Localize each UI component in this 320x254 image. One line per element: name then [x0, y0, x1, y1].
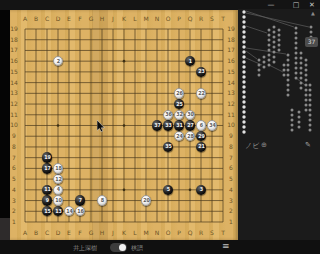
tree-node	[298, 116, 301, 119]
tree-node	[278, 29, 281, 32]
tree-node	[242, 55, 245, 58]
tree-node	[278, 34, 281, 37]
tree-node	[242, 15, 245, 18]
stone-B-N10: 37	[152, 120, 162, 130]
tree-node	[291, 114, 294, 117]
coord-label: 8	[225, 143, 237, 151]
tree-node	[310, 26, 313, 29]
coord-label: 18	[225, 36, 237, 44]
tree-node	[273, 26, 276, 29]
coord-label: 15	[8, 68, 20, 76]
star-point	[123, 60, 126, 63]
tree-node	[273, 41, 276, 44]
game-tree-panel: ▲ 37 ノビ ⊕ ✎	[238, 9, 320, 240]
coord-label: 17	[8, 46, 20, 54]
tree-node	[291, 109, 294, 112]
tree-node	[309, 104, 312, 107]
tree-node	[268, 59, 271, 62]
move-number-badge: 37	[305, 37, 318, 47]
tree-node	[268, 64, 271, 67]
coord-label: 13	[8, 89, 20, 97]
tree-node	[295, 67, 298, 70]
star-point	[57, 124, 60, 127]
tree-node	[242, 90, 245, 93]
bottom-bar: 井上深樹 棋譜 ≡	[0, 240, 320, 254]
tree-node	[295, 77, 298, 80]
tree-node	[242, 45, 245, 48]
coord-label: 5	[225, 175, 237, 183]
tree-node	[295, 72, 298, 75]
mode-label: 棋譜	[131, 244, 143, 253]
tree-node	[298, 126, 301, 129]
tree-node	[287, 74, 290, 77]
coord-label: 16	[8, 57, 20, 65]
tree-node	[291, 129, 294, 132]
go-board[interactable]: ABCDEFGHJKLMNOPQRST ABCDEFGHJKLMNOPQRST …	[10, 10, 238, 240]
coord-label: 14	[225, 79, 237, 87]
circle-info-icon[interactable]: ⊕	[261, 141, 267, 149]
tree-node	[242, 130, 245, 133]
tree-node	[258, 59, 261, 62]
tree-node	[263, 61, 266, 64]
tree-node	[300, 87, 303, 90]
tree-node	[273, 46, 276, 49]
tree-node	[310, 31, 313, 34]
scroll-up-icon[interactable]: ▲	[311, 10, 315, 16]
tree-node	[258, 69, 261, 72]
tree-node	[268, 29, 271, 32]
tree-node	[295, 52, 298, 55]
coord-label: 8	[8, 143, 20, 151]
stone-W-R10: 6	[196, 120, 206, 130]
player-name-label: 井上深樹	[73, 244, 97, 253]
tree-node	[309, 109, 312, 112]
tree-node	[305, 74, 308, 77]
coord-label: 16	[225, 57, 237, 65]
tree-node	[283, 64, 286, 67]
tree-node	[287, 79, 290, 82]
coord-label: 9	[225, 132, 237, 140]
toggle-knob	[119, 244, 126, 251]
tree-node	[295, 32, 298, 35]
tree-node	[268, 49, 271, 52]
coord-label: 18	[8, 36, 20, 44]
tree-node	[242, 10, 245, 13]
star-point	[123, 189, 126, 192]
coord-label: 10	[225, 121, 237, 129]
tree-node	[300, 67, 303, 70]
tree-node	[242, 25, 245, 28]
tree-node	[309, 94, 312, 97]
tree-node	[242, 65, 245, 68]
stone-W-O11: 36	[163, 110, 173, 120]
coord-label: 7	[8, 154, 20, 162]
tree-node	[287, 54, 290, 57]
star-point	[189, 189, 192, 192]
tree-node	[242, 95, 245, 98]
stone-W-R13: 22	[196, 88, 206, 98]
tree-node	[287, 89, 290, 92]
tree-node	[273, 56, 276, 59]
coord-label: 14	[8, 79, 20, 87]
coord-label: 17	[225, 46, 237, 54]
tree-node	[287, 84, 290, 87]
tree-node	[278, 39, 281, 42]
tree-node	[287, 94, 290, 97]
coord-label: 11	[8, 111, 20, 119]
tree-node	[273, 31, 276, 34]
tree-node	[242, 115, 245, 118]
tree-node	[273, 36, 276, 39]
coord-label: 5	[8, 175, 20, 183]
tree-node	[242, 120, 245, 123]
tree-node	[242, 35, 245, 38]
coord-label: 2	[225, 207, 237, 215]
tree-node	[305, 69, 308, 72]
stone-B-O10: 33	[163, 120, 173, 130]
tree-node	[309, 119, 312, 122]
tree-node	[300, 77, 303, 80]
tree-node	[242, 80, 245, 83]
coord-label: T	[217, 229, 229, 237]
tree-node	[309, 99, 312, 102]
tree-node	[295, 47, 298, 50]
coord-label: 11	[225, 111, 237, 119]
tree-node	[242, 60, 245, 63]
coord-label: 15	[225, 68, 237, 76]
tree-node	[287, 64, 290, 67]
coord-label: 4	[8, 186, 20, 194]
tree-node	[305, 79, 308, 82]
coord-label: 3	[8, 197, 20, 205]
stone-B-F3: 7	[75, 195, 85, 205]
tree-node	[300, 82, 303, 85]
mode-toggle[interactable]	[110, 243, 127, 252]
hamburger-menu-icon[interactable]: ≡	[222, 241, 230, 251]
tree-node	[295, 57, 298, 60]
tree-node	[273, 61, 276, 64]
coord-label: 19	[8, 25, 20, 33]
tree-node	[268, 34, 271, 37]
tree-node	[298, 121, 301, 124]
coord-label: 4	[225, 186, 237, 194]
tree-node	[263, 56, 266, 59]
tree-node	[300, 72, 303, 75]
tree-node	[258, 64, 261, 67]
tree-node	[291, 119, 294, 122]
comment-row: ノビ ⊕ ✎	[238, 140, 320, 152]
tree-node	[242, 40, 245, 43]
game-tree[interactable]	[238, 9, 320, 139]
tree-node	[309, 124, 312, 127]
tree-node	[242, 125, 245, 128]
stone-W-Q11: 30	[185, 110, 195, 120]
tree-node	[309, 84, 312, 87]
tree-node	[268, 54, 271, 57]
tree-node	[263, 66, 266, 69]
tree-node	[305, 94, 308, 97]
tree-node	[309, 114, 312, 117]
stone-B-C7: 19	[42, 152, 52, 162]
tree-node	[309, 129, 312, 132]
coord-label: 3	[225, 197, 237, 205]
stone-W-D3: 10	[53, 195, 63, 205]
tree-node	[242, 50, 245, 53]
go-app-window: — □ ✕ ABCDEFGHJKLMNOPQRST ABCDEFGHJKLMNO…	[0, 0, 320, 254]
tree-node	[309, 89, 312, 92]
comment-text: ノビ	[245, 141, 259, 151]
coord-label: 12	[8, 100, 20, 108]
tree-node	[242, 75, 245, 78]
coord-label: 13	[225, 89, 237, 97]
tree-node	[242, 20, 245, 23]
star-point	[123, 124, 126, 127]
stone-W-H3: 8	[97, 195, 107, 205]
coord-label: 12	[225, 100, 237, 108]
tree-node	[242, 30, 245, 33]
coord-label: 1	[8, 218, 20, 226]
coord-label: 1	[225, 218, 237, 226]
tree-node	[300, 52, 303, 55]
coord-label: T	[217, 15, 229, 23]
tree-node	[291, 124, 294, 127]
coord-label: 2	[8, 207, 20, 215]
tree-node	[287, 59, 290, 62]
tree-node	[295, 27, 298, 30]
tree-node	[305, 84, 308, 87]
tree-node	[300, 62, 303, 65]
stone-B-Q10: 27	[185, 120, 195, 130]
tree-node	[305, 109, 308, 112]
stone-B-C3: 9	[42, 195, 52, 205]
tree-node	[242, 105, 245, 108]
coord-label: 7	[225, 154, 237, 162]
tree-node	[305, 99, 308, 102]
tree-node	[242, 110, 245, 113]
coord-label: 19	[225, 25, 237, 33]
stone-W-P13: 26	[174, 88, 184, 98]
stone-W-P11: 32	[174, 110, 184, 120]
tree-node	[295, 42, 298, 45]
tree-node	[278, 44, 281, 47]
stone-W-S10: 34	[207, 120, 217, 130]
stone-W-D6: 18	[53, 163, 63, 173]
tree-node	[268, 44, 271, 47]
stone-B-P10: 31	[174, 120, 184, 130]
tree-node	[305, 64, 308, 67]
coord-label: 9	[8, 132, 20, 140]
tree-node	[258, 74, 261, 77]
tree-node	[242, 100, 245, 103]
tree-node	[287, 69, 290, 72]
tree-node	[300, 57, 303, 60]
edit-pencil-icon[interactable]: ✎	[305, 141, 311, 149]
tree-node	[298, 111, 301, 114]
tree-node	[283, 69, 286, 72]
tree-node	[305, 104, 308, 107]
tree-node	[242, 85, 245, 88]
tree-node	[283, 74, 286, 77]
coord-label: 6	[8, 164, 20, 172]
stone-W-M3: 20	[141, 195, 151, 205]
coord-label: 10	[8, 121, 20, 129]
coord-label: 6	[225, 164, 237, 172]
tree-node	[295, 37, 298, 40]
tree-node	[268, 39, 271, 42]
tree-node	[278, 49, 281, 52]
tree-node	[295, 62, 298, 65]
tree-node	[305, 59, 308, 62]
tree-node	[273, 51, 276, 54]
tree-node	[242, 70, 245, 73]
tree-node	[305, 89, 308, 92]
stone-B-C6: 17	[42, 163, 52, 173]
